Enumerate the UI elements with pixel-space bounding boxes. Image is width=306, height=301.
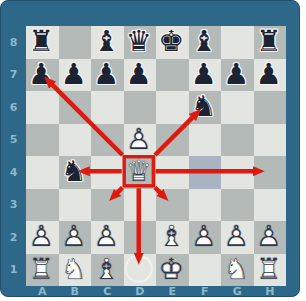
piece-wR-a1[interactable]: ♜♖: [25, 253, 58, 286]
square-c6[interactable]: [91, 91, 124, 124]
rank-coordinates: 87654321: [1, 26, 26, 286]
square-f4[interactable]: [189, 156, 222, 189]
piece-wN-g1[interactable]: ♞♘: [220, 253, 253, 286]
square-b5[interactable]: [59, 124, 92, 157]
piece-bR-h8[interactable]: ♜: [253, 25, 286, 58]
black-b-glyph: ♝: [188, 25, 221, 58]
square-a3[interactable]: [26, 189, 59, 222]
square-d6[interactable]: [124, 91, 157, 124]
white-piece-outline: ♙: [220, 220, 253, 253]
square-d3[interactable]: [124, 189, 157, 222]
rank-label-4: 4: [1, 156, 26, 189]
file-label-d: D: [124, 285, 157, 298]
square-g5[interactable]: [221, 124, 254, 157]
square-d1[interactable]: [124, 254, 157, 287]
rank-label-2: 2: [1, 221, 26, 254]
black-p-glyph: ♟: [58, 58, 91, 91]
square-e4[interactable]: [156, 156, 189, 189]
white-piece-outline: ♙: [123, 123, 156, 156]
white-piece-outline: ♕: [123, 155, 156, 188]
rank-label-8: 8: [1, 26, 26, 59]
piece-bP-c7[interactable]: ♟: [90, 58, 123, 91]
piece-bP-b7[interactable]: ♟: [58, 58, 91, 91]
rank-label-3: 3: [1, 189, 26, 222]
square-a6[interactable]: [26, 91, 59, 124]
white-piece-outline: ♙: [253, 220, 286, 253]
piece-bB-f8[interactable]: ♝: [188, 25, 221, 58]
square-e6[interactable]: [156, 91, 189, 124]
white-piece-outline: ♗: [90, 253, 123, 286]
rank-label-6: 6: [1, 91, 26, 124]
square-h5[interactable]: [254, 124, 287, 157]
piece-wP-a2[interactable]: ♟♙: [25, 220, 58, 253]
piece-bN-f6[interactable]: ♞: [188, 90, 221, 123]
piece-bR-a8[interactable]: ♜: [25, 25, 58, 58]
piece-wP-b2[interactable]: ♟♙: [58, 220, 91, 253]
black-k-glyph: ♚: [155, 25, 188, 58]
square-b6[interactable]: [59, 91, 92, 124]
white-piece-outline: ♔: [155, 253, 188, 286]
piece-wP-c2[interactable]: ♟♙: [90, 220, 123, 253]
square-h6[interactable]: [254, 91, 287, 124]
square-b8[interactable]: [59, 26, 92, 59]
piece-wP-g2[interactable]: ♟♙: [220, 220, 253, 253]
piece-bP-g7[interactable]: ♟: [220, 58, 253, 91]
black-p-glyph: ♟: [188, 58, 221, 91]
piece-bK-e8[interactable]: ♚: [155, 25, 188, 58]
white-piece-outline: ♙: [58, 220, 91, 253]
piece-wP-f2[interactable]: ♟♙: [188, 220, 221, 253]
white-piece-outline: ♗: [155, 220, 188, 253]
square-f1[interactable]: [189, 254, 222, 287]
piece-wP-h2[interactable]: ♟♙: [253, 220, 286, 253]
piece-wB-e2[interactable]: ♝♗: [155, 220, 188, 253]
piece-wB-c1[interactable]: ♝♗: [90, 253, 123, 286]
square-e3[interactable]: [156, 189, 189, 222]
black-p-glyph: ♟: [25, 58, 58, 91]
piece-bB-c8[interactable]: ♝: [90, 25, 123, 58]
black-r-glyph: ♜: [253, 25, 286, 58]
square-a5[interactable]: [26, 124, 59, 157]
file-label-g: G: [221, 285, 254, 298]
square-e5[interactable]: [156, 124, 189, 157]
black-p-glyph: ♟: [253, 58, 286, 91]
square-h3[interactable]: [254, 189, 287, 222]
square-a4[interactable]: [26, 156, 59, 189]
piece-wN-b1[interactable]: ♞♘: [58, 253, 91, 286]
white-piece-outline: ♙: [25, 220, 58, 253]
square-h4[interactable]: [254, 156, 287, 189]
black-p-glyph: ♟: [90, 58, 123, 91]
file-label-h: H: [254, 285, 287, 298]
piece-wQ-d4[interactable]: ♛♕: [123, 155, 156, 188]
white-piece-outline: ♖: [253, 253, 286, 286]
piece-wK-e1[interactable]: ♚♔: [155, 253, 188, 286]
black-n-glyph: ♞: [188, 90, 221, 123]
white-piece-outline: ♖: [25, 253, 58, 286]
piece-wR-h1[interactable]: ♜♖: [253, 253, 286, 286]
piece-bN-b4[interactable]: ♞: [58, 155, 91, 188]
square-f3[interactable]: [189, 189, 222, 222]
black-n-glyph: ♞: [58, 155, 91, 188]
white-piece-outline: ♙: [188, 220, 221, 253]
square-g3[interactable]: [221, 189, 254, 222]
piece-bP-d7[interactable]: ♟: [123, 58, 156, 91]
square-g6[interactable]: [221, 91, 254, 124]
file-label-b: B: [59, 285, 92, 298]
file-label-e: E: [156, 285, 189, 298]
rank-label-1: 1: [1, 254, 26, 287]
piece-bP-a7[interactable]: ♟: [25, 58, 58, 91]
file-label-f: F: [189, 285, 222, 298]
black-q-glyph: ♛: [123, 25, 156, 58]
square-c3[interactable]: [91, 189, 124, 222]
piece-wP-d5[interactable]: ♟♙: [123, 123, 156, 156]
black-r-glyph: ♜: [25, 25, 58, 58]
white-piece-outline: ♘: [58, 253, 91, 286]
square-c4[interactable]: [91, 156, 124, 189]
black-p-glyph: ♟: [123, 58, 156, 91]
square-b3[interactable]: [59, 189, 92, 222]
piece-bQ-d8[interactable]: ♛: [123, 25, 156, 58]
piece-bP-h7[interactable]: ♟: [253, 58, 286, 91]
square-g4[interactable]: [221, 156, 254, 189]
black-b-glyph: ♝: [90, 25, 123, 58]
file-label-a: A: [26, 285, 59, 298]
file-label-c: C: [91, 285, 124, 298]
rank-label-5: 5: [1, 124, 26, 157]
square-c5[interactable]: [91, 124, 124, 157]
file-coordinates: ABCDEFGH: [26, 285, 286, 298]
square-e7[interactable]: [156, 59, 189, 92]
white-piece-outline: ♙: [90, 220, 123, 253]
rank-label-7: 7: [1, 59, 26, 92]
square-f5[interactable]: [189, 124, 222, 157]
square-d2[interactable]: [124, 221, 157, 254]
square-g8[interactable]: [221, 26, 254, 59]
white-piece-outline: ♘: [220, 253, 253, 286]
black-p-glyph: ♟: [220, 58, 253, 91]
piece-bP-f7[interactable]: ♟: [188, 58, 221, 91]
